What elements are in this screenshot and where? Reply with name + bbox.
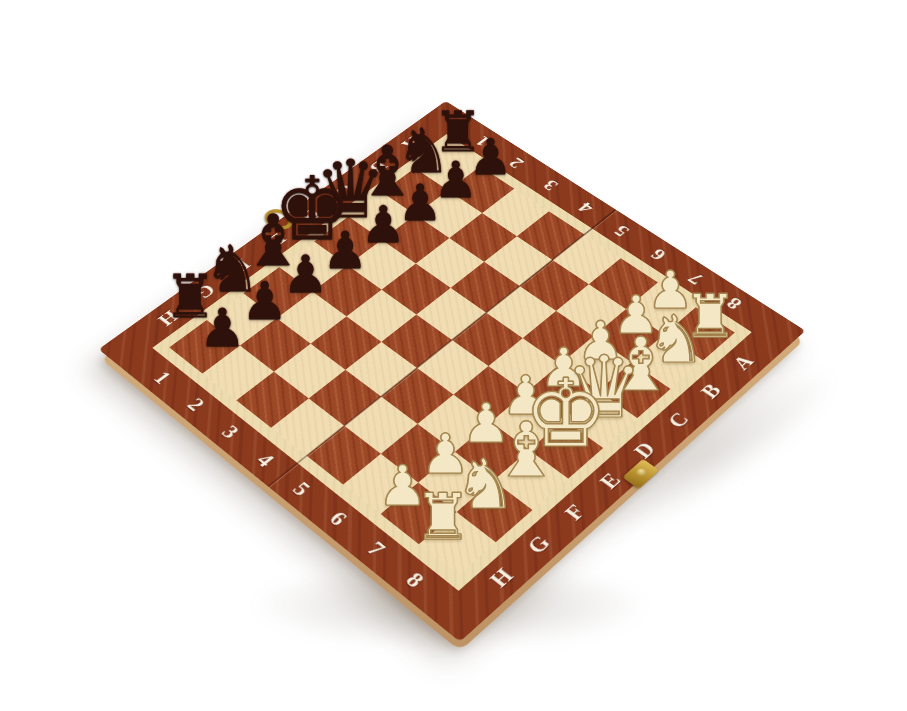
square-g8 (457, 481, 533, 543)
square-b8 (631, 334, 703, 388)
square-h8 (419, 512, 496, 575)
square-f7 (455, 422, 529, 481)
chess-board: 12345678 12345678 ABCDEFGH ABCDEFGH (99, 101, 806, 642)
square-c8 (598, 362, 670, 418)
square-d8 (564, 391, 637, 448)
coordinate-label-1: 1 (131, 354, 193, 402)
square-e5 (417, 340, 489, 395)
square-e8 (529, 420, 603, 479)
coordinate-label-5: 5 (268, 463, 334, 516)
square-c7 (560, 336, 632, 391)
square-h5 (307, 426, 381, 485)
board-face: 12345678 12345678 ABCDEFGH ABCDEFGH (99, 101, 806, 642)
square-f4 (345, 342, 417, 397)
square-g7 (418, 452, 493, 512)
square-h4 (271, 398, 344, 455)
square-h6 (343, 454, 418, 514)
square-e6 (453, 366, 525, 422)
square-f5 (381, 368, 453, 424)
chess-set-photo: 12345678 12345678 ABCDEFGH ABCDEFGH ♜♞♝♛… (0, 0, 907, 711)
coordinate-label-3: 3 (198, 407, 262, 457)
square-e7 (491, 393, 564, 450)
square-h2 (202, 346, 274, 401)
square-g4 (309, 370, 381, 426)
square-g6 (381, 424, 455, 483)
square-d6 (488, 338, 560, 393)
coordinate-label-6: 6 (305, 492, 372, 546)
coordinate-label-4: 4 (233, 435, 298, 487)
square-g5 (344, 397, 417, 454)
square-h3 (236, 372, 308, 428)
coordinate-label-2: 2 (164, 380, 227, 429)
square-f6 (418, 395, 491, 452)
square-h7 (381, 483, 457, 545)
square-d7 (526, 364, 598, 420)
square-g3 (274, 344, 346, 399)
square-f8 (493, 450, 568, 510)
